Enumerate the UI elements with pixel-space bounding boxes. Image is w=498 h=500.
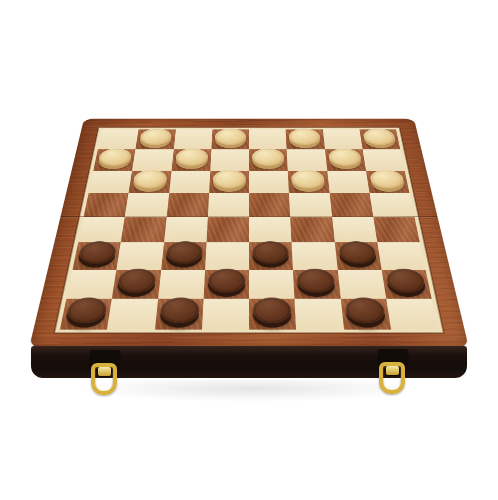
square-g2	[337, 270, 386, 299]
light-man-c7	[175, 149, 208, 166]
square-e6	[249, 171, 289, 193]
brass-clasp-left	[88, 350, 122, 408]
square-f3	[292, 242, 338, 269]
dark-man-a3	[77, 241, 117, 263]
square-d5	[208, 193, 249, 217]
dark-man-b2	[117, 268, 157, 292]
dark-man-c1	[159, 297, 199, 323]
square-f6	[288, 171, 329, 193]
square-f5	[289, 193, 332, 217]
square-h4	[373, 217, 420, 242]
square-b2	[112, 270, 161, 299]
light-man-h6	[369, 170, 405, 188]
square-a4	[78, 217, 125, 242]
square-c7	[171, 149, 211, 170]
board-frame	[29, 119, 469, 348]
clasp-pin	[386, 366, 399, 375]
maple-border	[54, 127, 444, 333]
square-g7	[325, 149, 366, 170]
light-man-f8	[289, 129, 321, 145]
square-c2	[158, 270, 205, 299]
dark-man-a1	[65, 297, 108, 323]
square-e7	[249, 149, 288, 170]
square-g5	[329, 193, 373, 217]
dark-man-g3	[338, 241, 377, 263]
light-man-h8	[362, 129, 396, 145]
square-b4	[121, 217, 166, 242]
brass-clasp-right	[376, 349, 410, 407]
dark-man-e1	[253, 297, 292, 323]
square-d3	[205, 242, 249, 269]
square-c6	[169, 171, 210, 193]
clasp-pin	[98, 367, 111, 376]
square-f1	[295, 299, 344, 330]
square-h8	[359, 129, 400, 149]
light-man-f6	[291, 170, 325, 188]
square-e3	[249, 242, 293, 269]
square-h5	[369, 193, 414, 217]
square-h2	[381, 270, 431, 299]
dark-man-d2	[208, 268, 246, 292]
square-b7	[132, 149, 173, 170]
square-b8	[136, 129, 176, 149]
square-f7	[287, 149, 327, 170]
light-man-d6	[213, 170, 246, 188]
light-man-e7	[252, 149, 284, 166]
square-g1	[340, 299, 391, 330]
square-d7	[210, 149, 249, 170]
dark-man-c3	[165, 241, 203, 263]
dark-man-g1	[344, 297, 386, 323]
square-a8	[98, 129, 139, 149]
square-b5	[125, 193, 169, 217]
square-d6	[209, 171, 249, 193]
playing-area	[60, 129, 438, 329]
hinge-seam	[60, 216, 437, 217]
light-man-b6	[133, 170, 168, 188]
square-f2	[293, 270, 340, 299]
square-e5	[249, 193, 290, 217]
light-man-g7	[328, 149, 362, 166]
square-a1	[60, 299, 112, 330]
square-g6	[327, 171, 369, 193]
square-c1	[154, 299, 203, 330]
square-b1	[107, 299, 158, 330]
square-e4	[249, 217, 292, 242]
square-h3	[377, 242, 425, 269]
square-a2	[66, 270, 116, 299]
square-c8	[173, 129, 212, 149]
square-h7	[362, 149, 404, 170]
square-a7	[93, 149, 135, 170]
square-g3	[334, 242, 381, 269]
square-a5	[84, 193, 129, 217]
square-d4	[206, 217, 249, 242]
light-man-d8	[215, 129, 246, 145]
square-h6	[366, 171, 410, 193]
square-c4	[164, 217, 208, 242]
square-a6	[89, 171, 133, 193]
ground-shadow	[80, 380, 418, 402]
product-photo	[0, 0, 498, 500]
square-e2	[249, 270, 295, 299]
dark-man-e3	[253, 241, 289, 263]
square-e8	[249, 129, 287, 149]
square-d2	[203, 270, 249, 299]
folding-checkers-board	[29, 119, 469, 348]
square-g4	[332, 217, 377, 242]
light-man-b8	[139, 129, 172, 145]
square-f4	[290, 217, 334, 242]
square-d8	[211, 129, 249, 149]
square-b6	[129, 171, 171, 193]
light-man-a7	[98, 149, 133, 166]
square-b3	[117, 242, 164, 269]
square-h1	[386, 299, 438, 330]
square-c3	[161, 242, 207, 269]
square-d1	[202, 299, 249, 330]
square-a3	[73, 242, 121, 269]
square-f8	[286, 129, 325, 149]
square-e1	[249, 299, 296, 330]
square-c5	[166, 193, 209, 217]
dark-man-f2	[297, 268, 336, 292]
square-g8	[323, 129, 363, 149]
dark-man-h2	[385, 268, 426, 292]
